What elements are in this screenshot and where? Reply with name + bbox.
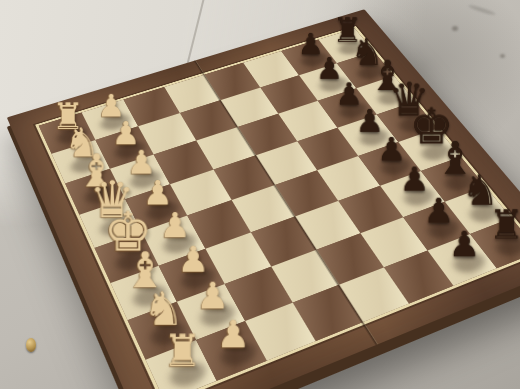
piece-black-pawn-h7[interactable]: ♟ — [448, 227, 480, 262]
board-tilt: ♜♟♟♜♞♟♟♞♝♟♟♝♛♟♟♛♚♟♟♚♝♟♟♝♞♟♟♞♜♟♟♜ — [7, 9, 520, 389]
brass-clasp — [26, 338, 36, 352]
photo-scene: ♜♟♟♜♞♟♟♞♝♟♟♝♛♟♟♛♚♟♟♚♝♟♟♝♞♟♟♞♜♟♟♜ — [0, 0, 520, 389]
piece-white-pawn-f2[interactable]: ♟ — [177, 242, 209, 278]
chess-board: ♜♟♟♜♞♟♟♞♝♟♟♝♛♟♟♛♚♟♟♚♝♟♟♝♞♟♟♞♜♟♟♜ — [35, 26, 520, 389]
piece-white-pawn-h2[interactable]: ♟ — [216, 316, 250, 354]
piece-white-rook-h1[interactable]: ♜ — [163, 329, 203, 373]
board-scene: ♜♟♟♜♞♟♟♞♝♟♟♝♛♟♟♛♚♟♟♚♝♟♟♝♞♟♟♞♜♟♟♜ — [0, 0, 520, 389]
board-frame: ♜♟♟♜♞♟♟♞♝♟♟♝♛♟♟♛♚♟♟♚♝♟♟♝♞♟♟♞♜♟♟♜ — [7, 9, 520, 389]
piece-white-pawn-g2[interactable]: ♟ — [196, 278, 229, 315]
piece-black-rook-h8[interactable]: ♜ — [488, 205, 520, 245]
